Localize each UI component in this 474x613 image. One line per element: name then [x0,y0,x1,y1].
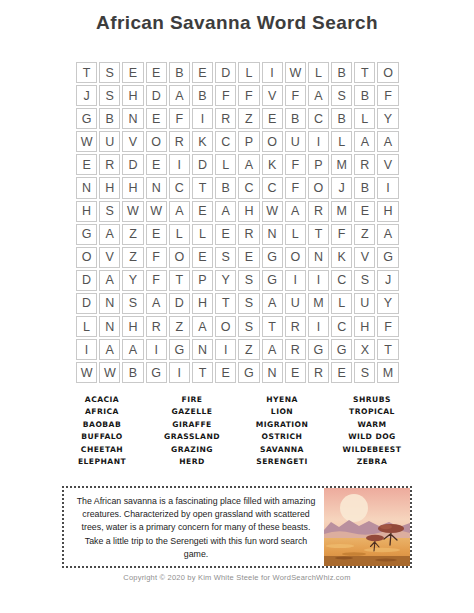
grid-cell-r4-c10: U [285,131,306,152]
grid-cell-r11-c8: S [238,293,259,314]
grid-cell-r10-c5: T [169,270,190,291]
grid-cell-r3-c7: R [215,108,236,129]
word-item: AFRICA [85,406,119,418]
grid-cell-r13-c14: T [377,339,398,360]
grid-cell-r14-c8: G [238,362,259,383]
savanna-sunset-illustration [324,488,410,566]
grid-cell-r5-c12: M [331,154,352,175]
grid-cell-r14-c1: W [76,362,97,383]
grid-cell-r3-c6: I [192,108,213,129]
grid-cell-r14-c4: G [146,362,167,383]
grid-cell-r13-c4: I [146,339,167,360]
grid-cell-r5-c5: I [169,154,190,175]
grid-cell-r4-c3: V [122,131,143,152]
grid-cell-r5-c3: D [122,154,143,175]
grid-cell-r11-c1: D [76,293,97,314]
word-list-column-4: SHRUBSTROPICALWARMWILD DOGWILDEBEESTZEBR… [327,394,417,468]
grid-cell-r12-c8: S [238,316,259,337]
grid-cell-r9-c3: Z [122,247,143,268]
grid-cell-r8-c12: F [331,224,352,245]
grid-cell-r11-c7: T [215,293,236,314]
grid-cell-r5-c14: V [377,154,398,175]
grid-cell-r2-c3: H [122,85,143,106]
grid-cell-r7-c9: W [262,201,283,222]
grid-cell-r14-c9: N [262,362,283,383]
grid-cell-r13-c8: Z [238,339,259,360]
grid-cell-r5-c7: L [215,154,236,175]
grid-cell-r3-c3: N [122,108,143,129]
grid-cell-r2-c10: F [285,85,306,106]
grid-cell-r4-c9: O [262,131,283,152]
grid-cell-r2-c5: A [169,85,190,106]
grid-cell-r10-c2: A [99,270,120,291]
grid-cell-r13-c1: I [76,339,97,360]
grid-cell-r10-c14: J [377,270,398,291]
grid-cell-r7-c7: A [215,201,236,222]
grid-cell-r9-c1: O [76,247,97,268]
grid-cell-r11-c11: M [308,293,329,314]
grid-cell-r13-c6: N [192,339,213,360]
grid-cell-r14-c3: B [122,362,143,383]
grid-cell-r14-c7: E [215,362,236,383]
grid-cell-r5-c6: D [192,154,213,175]
grid-cell-r1-c13: T [354,62,375,83]
word-item: TROPICAL [349,406,395,418]
grid-cell-r2-c14: F [377,85,398,106]
grid-cell-r3-c10: B [285,108,306,129]
grid-cell-r13-c5: G [169,339,190,360]
grid-cell-r10-c13: S [354,270,375,291]
grid-cell-r6-c6: T [192,177,213,198]
grid-cell-r13-c3: A [122,339,143,360]
grid-cell-r12-c1: L [76,316,97,337]
grid-cell-r1-c9: I [262,62,283,83]
word-item: ACACIA [85,394,119,406]
grid-cell-r12-c4: R [146,316,167,337]
grid-cell-r6-c2: H [99,177,120,198]
grid-cell-r6-c14: I [377,177,398,198]
word-item: SHRUBS [353,394,391,406]
word-list: ACACIAAFRICABAOBABBUFFALOCHEETAHELEPHANT… [57,394,417,468]
grid-cell-r13-c7: I [215,339,236,360]
grid-cell-r11-c14: Y [377,293,398,314]
grid-cell-r12-c9: T [262,316,283,337]
word-item: WARM [357,419,386,431]
grid-cell-r5-c4: E [146,154,167,175]
grid-cell-r7-c14: H [377,201,398,222]
grid-cell-r12-c11: I [308,316,329,337]
grid-cell-r8-c14: A [377,224,398,245]
grid-cell-r6-c5: C [169,177,190,198]
grid-cell-r14-c13: S [354,362,375,383]
grid-cell-r8-c11: T [308,224,329,245]
grid-cell-r6-c8: C [238,177,259,198]
word-item: GRAZING [171,444,213,456]
grid-cell-r12-c13: H [354,316,375,337]
grid-cell-r9-c6: E [192,247,213,268]
grid-cell-r3-c13: L [354,108,375,129]
word-list-column-1: ACACIAAFRICABAOBABBUFFALOCHEETAHELEPHANT [57,394,147,468]
grid-cell-r1-c8: L [238,62,259,83]
grid-cell-r11-c10: U [285,293,306,314]
grid-cell-r2-c9: V [262,85,283,106]
grid-cell-r7-c11: R [308,201,329,222]
grid-cell-r1-c12: B [331,62,352,83]
grid-cell-r1-c6: E [192,62,213,83]
word-item: SAVANNA [260,444,304,456]
grid-cell-r10-c12: C [331,270,352,291]
grid-cell-r9-c8: E [238,247,259,268]
grid-cell-r14-c6: T [192,362,213,383]
grid-cell-r1-c10: W [285,62,306,83]
grid-cell-r8-c8: R [238,224,259,245]
grid-cell-r10-c11: I [308,270,329,291]
word-item: OSTRICH [262,431,303,443]
grid-cell-r9-c2: V [99,247,120,268]
grid-cell-r5-c10: F [285,154,306,175]
grid-cell-r4-c4: O [146,131,167,152]
grid-cell-r7-c5: A [169,201,190,222]
grid-cell-r1-c1: T [76,62,97,83]
grid-cell-r11-c3: S [122,293,143,314]
grid-cell-r13-c2: A [99,339,120,360]
grid-cell-r11-c9: A [262,293,283,314]
grid-cell-r9-c11: N [308,247,329,268]
grid-cell-r6-c1: N [76,177,97,198]
grid-cell-r8-c5: L [169,224,190,245]
word-list-column-3: HYENALIONMIGRATIONOSTRICHSAVANNASERENGET… [237,394,327,468]
grid-cell-r7-c13: E [354,201,375,222]
grid-cell-r7-c8: H [238,201,259,222]
grid-cell-r6-c7: B [215,177,236,198]
grid-cell-r1-c14: O [377,62,398,83]
word-item: HERD [179,456,205,468]
grid-cell-r3-c12: B [331,108,352,129]
grid-cell-r13-c10: R [285,339,306,360]
savanna-sunset-image [324,488,410,566]
word-list-column-2: FIREGAZELLEGIRAFFEGRASSLANDGRAZINGHERD [147,394,237,468]
grid-cell-r6-c9: C [262,177,283,198]
word-item: BUFFALO [81,431,123,443]
grid-cell-r13-c13: X [354,339,375,360]
grid-cell-r8-c13: Z [354,224,375,245]
grid-cell-r3-c11: C [308,108,329,129]
grid-cell-r13-c12: G [331,339,352,360]
grid-cell-r4-c11: I [308,131,329,152]
grid-cell-r7-c1: H [76,201,97,222]
grid-cell-r5-c13: R [354,154,375,175]
grid-cell-r9-c13: V [354,247,375,268]
grid-cell-r9-c7: S [215,247,236,268]
grid-cell-r3-c5: F [169,108,190,129]
grid-cell-r10-c9: G [262,270,283,291]
grid-cell-r10-c6: P [192,270,213,291]
grid-cell-r14-c14: M [377,362,398,383]
word-item: BAOBAB [83,419,121,431]
grid-cell-r8-c9: N [262,224,283,245]
grid-cell-r7-c3: W [122,201,143,222]
grid-cell-r2-c7: F [215,85,236,106]
grid-cell-r2-c11: A [308,85,329,106]
grid-cell-r14-c12: E [331,362,352,383]
grid-cell-r4-c7: C [215,131,236,152]
grid-cell-r7-c2: S [99,201,120,222]
grid-cell-r5-c9: K [262,154,283,175]
grid-cell-r6-c4: N [146,177,167,198]
grid-cell-r4-c2: U [99,131,120,152]
word-item: ELEPHANT [78,456,126,468]
grid-cell-r1-c11: L [308,62,329,83]
word-item: GAZELLE [172,406,213,418]
grid-cell-r4-c12: L [331,131,352,152]
grid-cell-r14-c5: I [169,362,190,383]
word-item: HYENA [266,394,298,406]
grid-cell-r10-c8: S [238,270,259,291]
grid-cell-r6-c13: B [354,177,375,198]
grid-cell-r11-c12: L [331,293,352,314]
grid-cell-r10-c4: F [146,270,167,291]
grid-cell-r12-c10: R [285,316,306,337]
word-item: FIRE [182,394,203,406]
grid-cell-r2-c12: S [331,85,352,106]
grid-cell-r3-c8: Z [238,108,259,129]
grid-cell-r5-c1: E [76,154,97,175]
grid-cell-r1-c2: S [99,62,120,83]
grid-cell-r14-c2: W [99,362,120,383]
grid-cell-r10-c3: Y [122,270,143,291]
word-item: WILDEBEEST [343,444,402,456]
grid-cell-r7-c4: W [146,201,167,222]
grid-cell-r3-c14: Y [377,108,398,129]
grid-cell-r11-c4: A [146,293,167,314]
grid-cell-r9-c14: G [377,247,398,268]
page-title: African Savanna Word Search [0,12,474,34]
grid-cell-r8-c7: E [215,224,236,245]
grid-cell-r3-c9: E [262,108,283,129]
grid-cell-r11-c2: N [99,293,120,314]
word-item: CHEETAH [81,444,123,456]
grid-cell-r4-c6: K [192,131,213,152]
word-item: ZEBRA [357,456,387,468]
grid-cell-r8-c6: L [192,224,213,245]
grid-cell-r6-c12: J [331,177,352,198]
worksheet-page: African Savanna Word Search TSEEBEDLIWLB… [0,0,474,613]
grid-cell-r3-c1: G [76,108,97,129]
grid-cell-r12-c2: N [99,316,120,337]
grid-cell-r5-c11: P [308,154,329,175]
grid-cell-r4-c8: P [238,131,259,152]
grid-cell-r8-c4: E [146,224,167,245]
grid-cell-r1-c3: E [122,62,143,83]
grid-cell-r7-c6: E [192,201,213,222]
copyright-text: Copyright © 2020 by Kim White Steele for… [0,573,474,582]
grid-cell-r2-c13: B [354,85,375,106]
word-item: GIRAFFE [172,419,212,431]
grid-cell-r8-c2: A [99,224,120,245]
grid-cell-r3-c2: B [99,108,120,129]
grid-cell-r5-c8: A [238,154,259,175]
grid-cell-r12-c7: O [215,316,236,337]
grid-cell-r2-c1: J [76,85,97,106]
grid-cell-r11-c5: D [169,293,190,314]
word-item: LION [271,406,293,418]
grid-cell-r14-c10: E [285,362,306,383]
grid-cell-r9-c9: G [262,247,283,268]
word-search-grid: TSEEBEDLIWLBTOJSHDABFFVFASBFGBNEFIRZEBCB… [76,62,399,383]
grid-cell-r9-c10: O [285,247,306,268]
grid-cell-r8-c10: L [285,224,306,245]
grid-cell-r1-c4: E [146,62,167,83]
grid-cell-r9-c5: O [169,247,190,268]
grid-cell-r4-c13: A [354,131,375,152]
grid-cell-r8-c1: G [76,224,97,245]
grid-cell-r4-c5: R [169,131,190,152]
grid-cell-r14-c11: R [308,362,329,383]
grid-cell-r2-c2: S [99,85,120,106]
grid-cell-r11-c6: H [192,293,213,314]
grid-cell-r2-c4: D [146,85,167,106]
description-text: The African savanna is a fascinating pla… [64,488,324,566]
grid-cell-r7-c12: M [331,201,352,222]
grid-cell-r10-c10: I [285,270,306,291]
grid-cell-r10-c1: D [76,270,97,291]
grid-cell-r12-c6: A [192,316,213,337]
grid-cell-r2-c8: F [238,85,259,106]
grid-cell-r7-c10: A [285,201,306,222]
word-item: WILD DOG [348,431,396,443]
grid-cell-r6-c3: H [122,177,143,198]
grid-cell-r13-c11: G [308,339,329,360]
grid-cell-r6-c10: F [285,177,306,198]
grid-cell-r4-c1: W [76,131,97,152]
word-item: GRASSLAND [164,431,220,443]
grid-cell-r5-c2: R [99,154,120,175]
grid-cell-r4-c14: A [377,131,398,152]
word-item: MIGRATION [256,419,309,431]
grid-cell-r12-c5: Z [169,316,190,337]
grid-cell-r6-c11: O [308,177,329,198]
grid-cell-r12-c3: H [122,316,143,337]
grid-cell-r3-c4: E [146,108,167,129]
grid-cell-r8-c3: Z [122,224,143,245]
grid-cell-r13-c9: A [262,339,283,360]
grid-cell-r10-c7: Y [215,270,236,291]
grid-cell-r12-c14: F [377,316,398,337]
grid-cell-r1-c7: D [215,62,236,83]
grid-cell-r9-c12: K [331,247,352,268]
grid-cell-r11-c13: U [354,293,375,314]
word-item: SERENGETI [256,456,308,468]
grid-cell-r9-c4: F [146,247,167,268]
grid-cell-r12-c12: C [331,316,352,337]
grid-cell-r2-c6: B [192,85,213,106]
description-box: The African savanna is a fascinating pla… [62,486,412,568]
grid-cell-r1-c5: B [169,62,190,83]
